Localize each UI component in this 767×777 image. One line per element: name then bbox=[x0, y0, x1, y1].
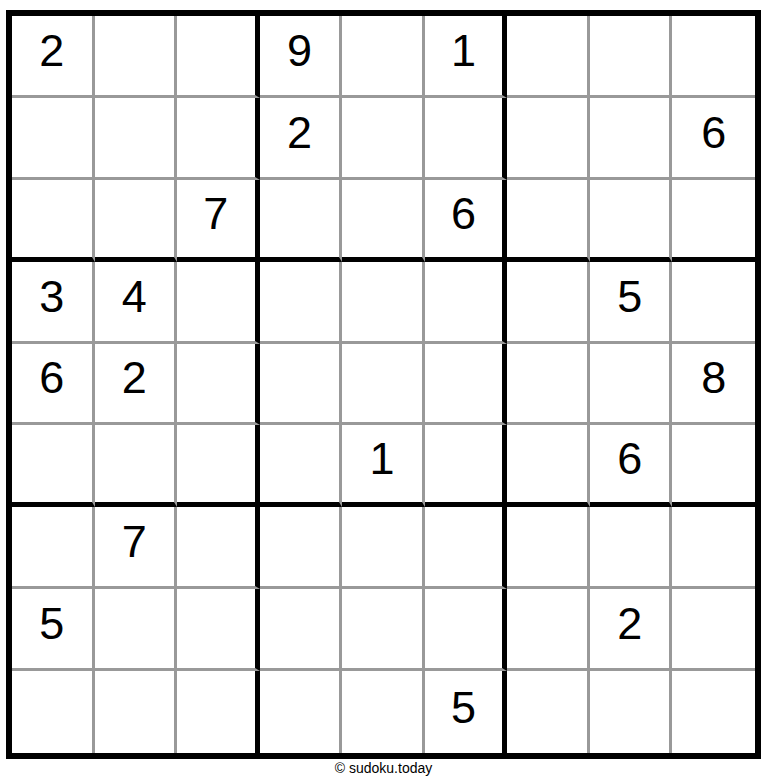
given-digit: 2 bbox=[617, 601, 642, 646]
cell-r4c9[interactable] bbox=[672, 262, 755, 344]
cell-r3c7[interactable] bbox=[507, 180, 590, 262]
cell-r4c4[interactable] bbox=[260, 262, 343, 344]
cell-r7c2[interactable]: 7 bbox=[95, 507, 178, 589]
cell-r8c8[interactable]: 2 bbox=[590, 589, 673, 671]
cell-r7c3[interactable] bbox=[177, 507, 260, 589]
cell-r7c4[interactable] bbox=[260, 507, 343, 589]
cell-r7c7[interactable] bbox=[507, 507, 590, 589]
cell-r9c9[interactable] bbox=[672, 671, 755, 753]
cell-r6c6[interactable] bbox=[425, 425, 508, 507]
cell-r2c1[interactable] bbox=[12, 98, 95, 180]
cell-r6c5[interactable]: 1 bbox=[342, 425, 425, 507]
cell-r8c9[interactable] bbox=[672, 589, 755, 671]
cell-r4c6[interactable] bbox=[425, 262, 508, 344]
cell-r1c4[interactable]: 9 bbox=[260, 16, 343, 98]
cell-r5c7[interactable] bbox=[507, 344, 590, 426]
cell-r9c5[interactable] bbox=[342, 671, 425, 753]
cell-r1c3[interactable] bbox=[177, 16, 260, 98]
given-digit: 2 bbox=[122, 355, 147, 400]
cell-r5c5[interactable] bbox=[342, 344, 425, 426]
cell-r1c1[interactable]: 2 bbox=[12, 16, 95, 98]
given-digit: 5 bbox=[39, 601, 64, 646]
given-digit: 6 bbox=[451, 191, 476, 236]
cell-r1c5[interactable] bbox=[342, 16, 425, 98]
given-digit: 3 bbox=[39, 274, 64, 319]
cell-r2c7[interactable] bbox=[507, 98, 590, 180]
cell-r2c3[interactable] bbox=[177, 98, 260, 180]
cell-r3c3[interactable]: 7 bbox=[177, 180, 260, 262]
given-digit: 6 bbox=[39, 355, 64, 400]
cell-r8c3[interactable] bbox=[177, 589, 260, 671]
cell-r6c3[interactable] bbox=[177, 425, 260, 507]
cell-r6c9[interactable] bbox=[672, 425, 755, 507]
cell-r9c2[interactable] bbox=[95, 671, 178, 753]
cell-r4c1[interactable]: 3 bbox=[12, 262, 95, 344]
given-digit: 4 bbox=[122, 274, 147, 319]
cell-r5c1[interactable]: 6 bbox=[12, 344, 95, 426]
cell-r4c3[interactable] bbox=[177, 262, 260, 344]
cell-r9c7[interactable] bbox=[507, 671, 590, 753]
cell-r1c9[interactable] bbox=[672, 16, 755, 98]
cell-r5c2[interactable]: 2 bbox=[95, 344, 178, 426]
cell-r8c4[interactable] bbox=[260, 589, 343, 671]
cell-r7c6[interactable] bbox=[425, 507, 508, 589]
cell-r5c9[interactable]: 8 bbox=[672, 344, 755, 426]
cell-r6c2[interactable] bbox=[95, 425, 178, 507]
cell-r3c9[interactable] bbox=[672, 180, 755, 262]
cell-r3c2[interactable] bbox=[95, 180, 178, 262]
cell-r7c8[interactable] bbox=[590, 507, 673, 589]
cell-r1c8[interactable] bbox=[590, 16, 673, 98]
cell-r3c5[interactable] bbox=[342, 180, 425, 262]
given-digit: 9 bbox=[287, 28, 312, 73]
given-digit: 8 bbox=[701, 355, 726, 400]
cell-r6c7[interactable] bbox=[507, 425, 590, 507]
cell-r1c6[interactable]: 1 bbox=[425, 16, 508, 98]
cell-r3c6[interactable]: 6 bbox=[425, 180, 508, 262]
cell-r3c8[interactable] bbox=[590, 180, 673, 262]
given-digit: 7 bbox=[122, 519, 147, 564]
given-digit: 1 bbox=[451, 28, 476, 73]
cell-r8c7[interactable] bbox=[507, 589, 590, 671]
cell-r3c4[interactable] bbox=[260, 180, 343, 262]
cell-r8c1[interactable]: 5 bbox=[12, 589, 95, 671]
sudoku-board: 2912676345628167525 bbox=[6, 10, 761, 759]
cell-r1c2[interactable] bbox=[95, 16, 178, 98]
cell-r5c8[interactable] bbox=[590, 344, 673, 426]
given-digit: 1 bbox=[369, 436, 394, 481]
cell-r4c8[interactable]: 5 bbox=[590, 262, 673, 344]
cell-r2c5[interactable] bbox=[342, 98, 425, 180]
given-digit: 7 bbox=[203, 191, 228, 236]
cell-r9c1[interactable] bbox=[12, 671, 95, 753]
cell-r7c9[interactable] bbox=[672, 507, 755, 589]
cell-r9c8[interactable] bbox=[590, 671, 673, 753]
cell-r9c4[interactable] bbox=[260, 671, 343, 753]
cell-r4c2[interactable]: 4 bbox=[95, 262, 178, 344]
cell-r9c3[interactable] bbox=[177, 671, 260, 753]
cell-r2c6[interactable] bbox=[425, 98, 508, 180]
cell-r6c4[interactable] bbox=[260, 425, 343, 507]
given-digit: 5 bbox=[617, 274, 642, 319]
given-digit: 5 bbox=[451, 685, 476, 730]
cell-r2c9[interactable]: 6 bbox=[672, 98, 755, 180]
cell-r6c8[interactable]: 6 bbox=[590, 425, 673, 507]
cell-r4c7[interactable] bbox=[507, 262, 590, 344]
cell-r7c5[interactable] bbox=[342, 507, 425, 589]
cell-r4c5[interactable] bbox=[342, 262, 425, 344]
cell-r8c6[interactable] bbox=[425, 589, 508, 671]
cell-r9c6[interactable]: 5 bbox=[425, 671, 508, 753]
cell-r5c3[interactable] bbox=[177, 344, 260, 426]
cell-r2c8[interactable] bbox=[590, 98, 673, 180]
given-digit: 6 bbox=[617, 436, 642, 481]
cell-r8c5[interactable] bbox=[342, 589, 425, 671]
given-digit: 2 bbox=[287, 110, 312, 155]
cell-r6c1[interactable] bbox=[12, 425, 95, 507]
copyright-text: © sudoku.today bbox=[0, 760, 767, 776]
given-digit: 2 bbox=[39, 28, 64, 73]
cell-r3c1[interactable] bbox=[12, 180, 95, 262]
sudoku-page: 2912676345628167525 © sudoku.today bbox=[0, 0, 767, 777]
cell-r8c2[interactable] bbox=[95, 589, 178, 671]
cell-r2c2[interactable] bbox=[95, 98, 178, 180]
given-digit: 6 bbox=[701, 110, 726, 155]
cell-r7c1[interactable] bbox=[12, 507, 95, 589]
cell-r5c6[interactable] bbox=[425, 344, 508, 426]
cell-r2c4[interactable]: 2 bbox=[260, 98, 343, 180]
cell-r1c7[interactable] bbox=[507, 16, 590, 98]
cell-r5c4[interactable] bbox=[260, 344, 343, 426]
